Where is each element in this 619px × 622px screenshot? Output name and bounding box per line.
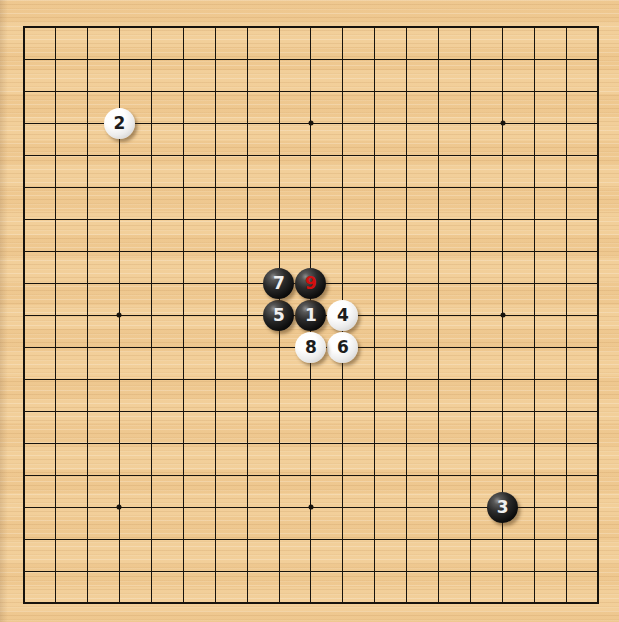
stone-white-6: 6 xyxy=(327,332,358,363)
move-number: 5 xyxy=(273,307,285,324)
stone-black-7: 7 xyxy=(263,268,294,299)
move-number: 9 xyxy=(305,275,317,292)
move-number: 4 xyxy=(337,307,349,324)
move-number: 8 xyxy=(305,339,317,356)
move-number: 6 xyxy=(337,339,349,356)
stone-white-4: 4 xyxy=(327,300,358,331)
move-number: 2 xyxy=(113,115,125,132)
board-stones: 123456789 xyxy=(8,11,615,619)
stone-white-8: 8 xyxy=(295,332,326,363)
move-number: 1 xyxy=(305,307,317,324)
stone-black-5: 5 xyxy=(263,300,294,331)
stone-white-2: 2 xyxy=(104,108,135,139)
move-number: 7 xyxy=(273,275,285,292)
stone-black-3: 3 xyxy=(487,492,518,523)
stone-black-1: 1 xyxy=(295,300,326,331)
move-number: 3 xyxy=(497,499,509,516)
go-board[interactable]: 123456789 xyxy=(0,0,619,622)
stone-black-9: 9 xyxy=(295,268,326,299)
